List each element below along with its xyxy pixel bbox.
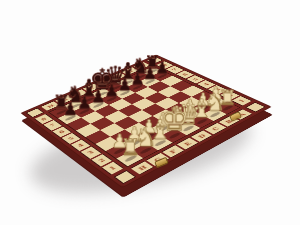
border-corner: [114, 170, 137, 184]
black-pawn-piece: ♟: [55, 101, 85, 118]
white-rook-piece: ♜: [113, 136, 147, 159]
border-corner: [245, 102, 266, 112]
chess-set-photo: HGFEDCBA HGFEDCBA 87654321 87654321 ♜♞♝♚…: [0, 0, 300, 225]
